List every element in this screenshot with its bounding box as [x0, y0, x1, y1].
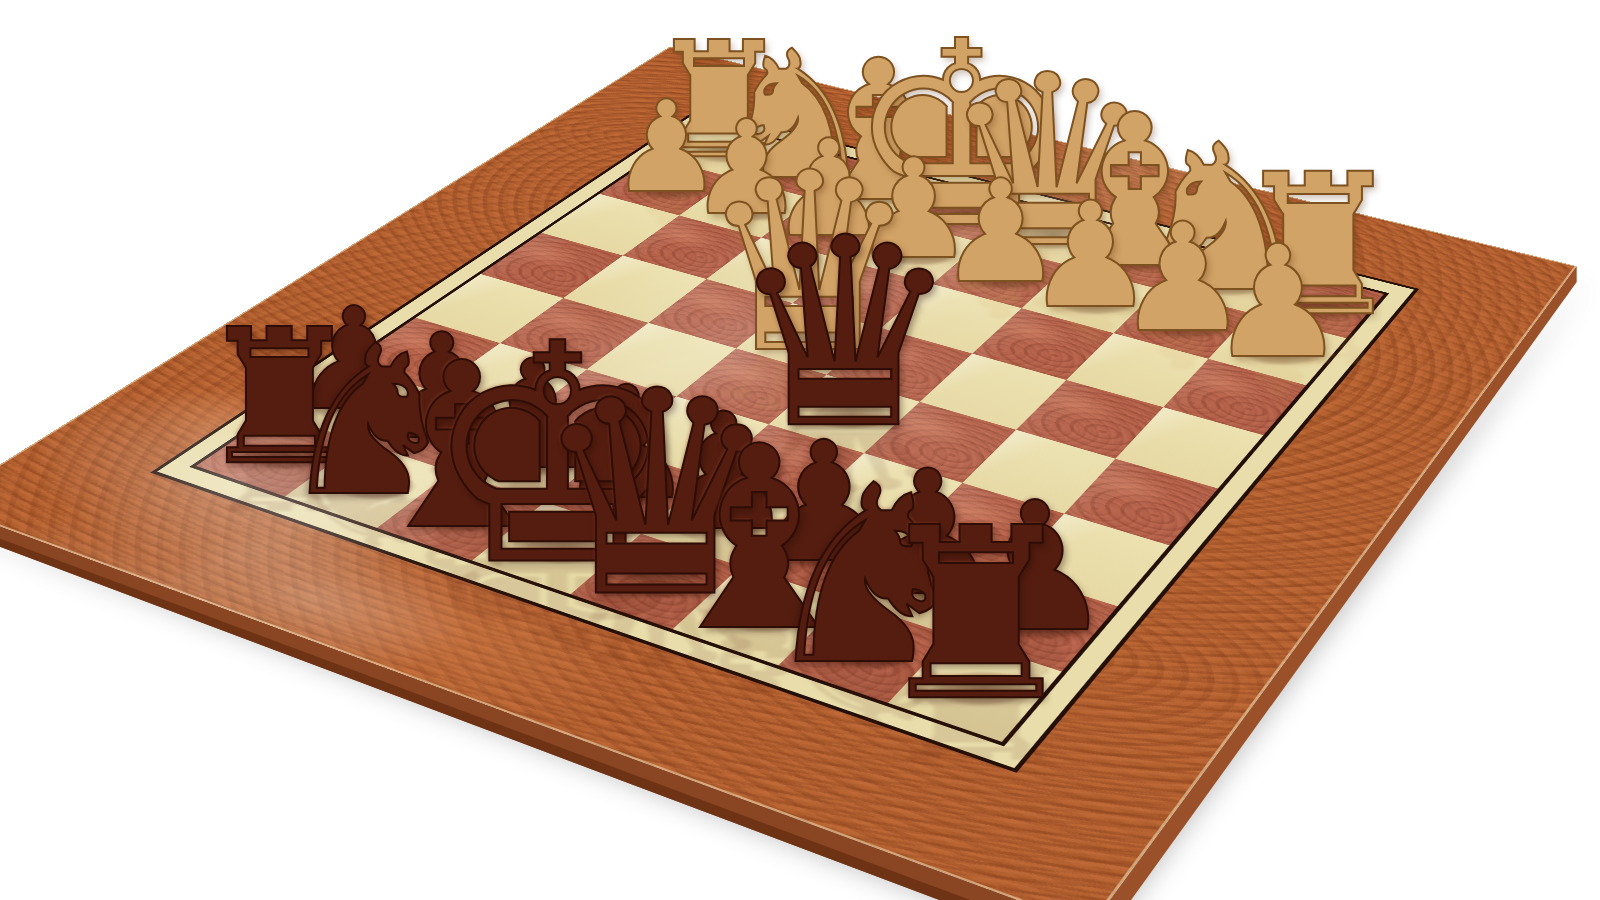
chessboard-product-photo: ♜♜♞♞♟♟♝♝♟♟♚♚♟♟♛♛♟♟♝♝♟♟♞♞♟♟♜♜♟♟♛♛♟♟♟♟♛♛♟♟…: [0, 0, 1600, 900]
piece-black-rook-a8[interactable]: ♜: [870, 498, 1082, 735]
piece-white-pawn-a2[interactable]: ♟: [1208, 225, 1347, 380]
pieces-layer: ♜♜♞♞♟♟♝♝♟♟♚♚♟♟♛♛♟♟♝♝♟♟♞♞♟♟♜♜♟♟♛♛♟♟♟♟♛♛♟♟…: [0, 0, 1600, 900]
